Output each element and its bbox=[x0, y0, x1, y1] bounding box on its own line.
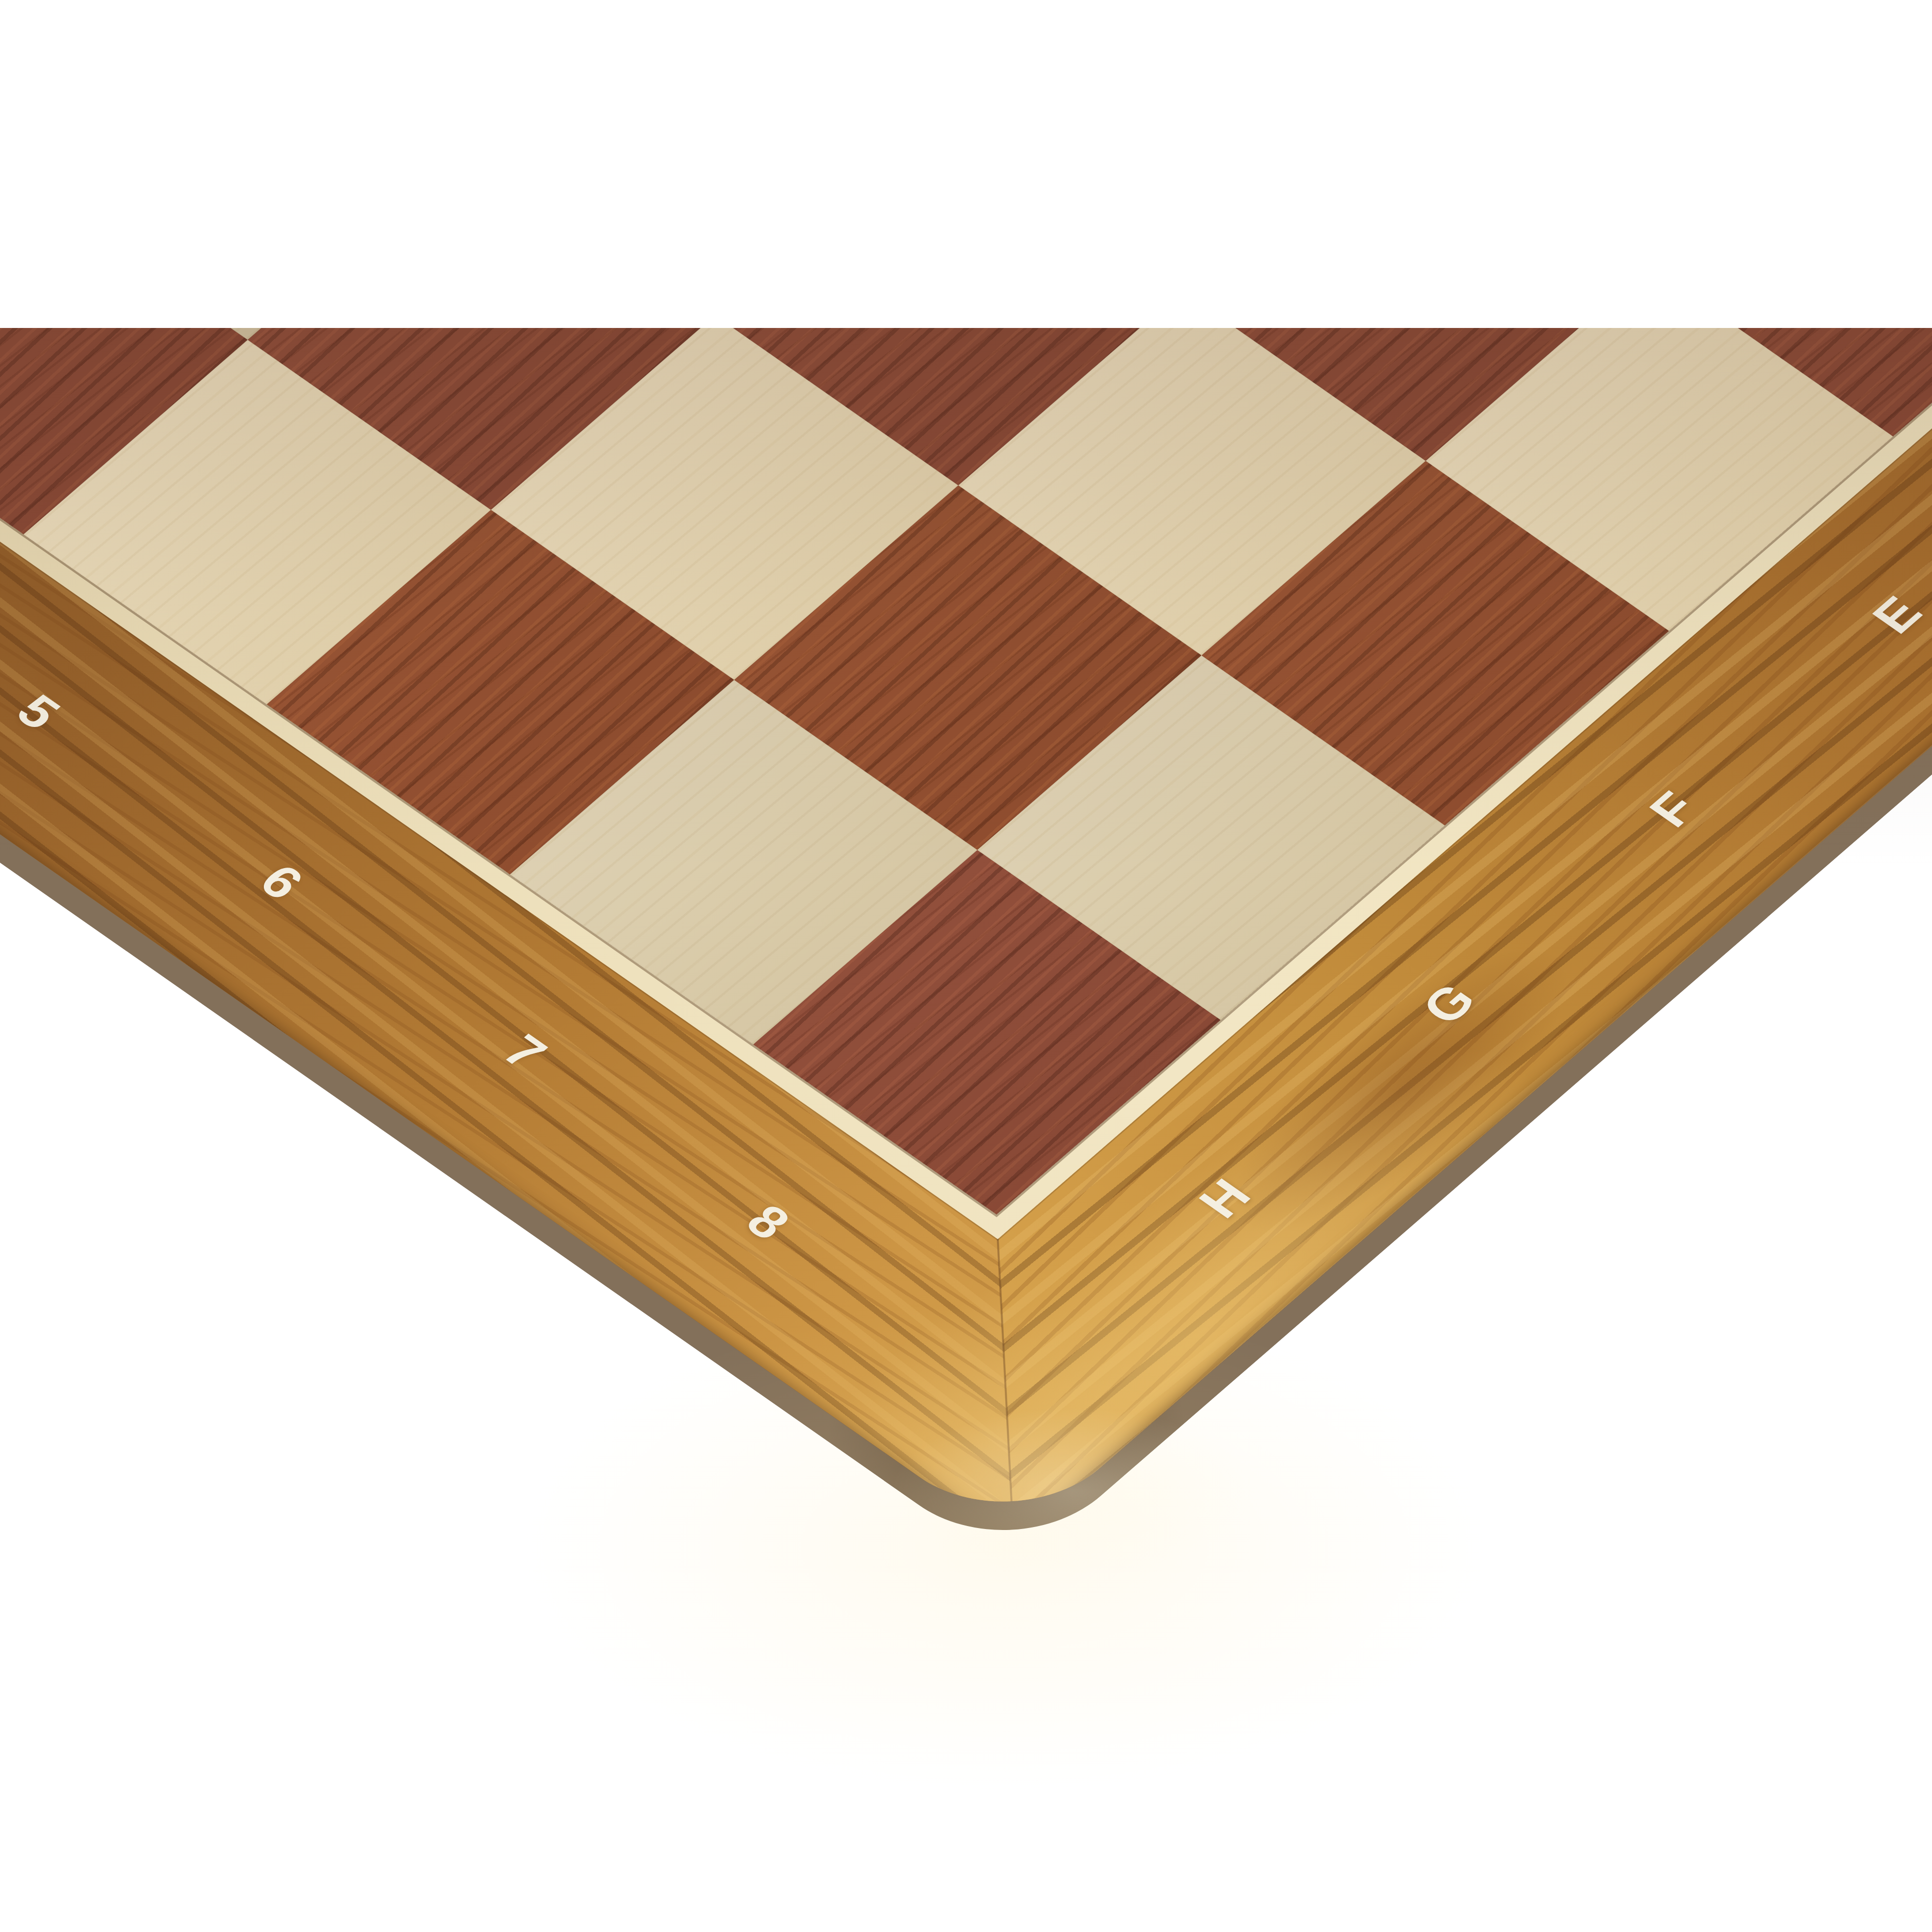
chess-board[interactable]: 5678EFGH bbox=[0, 328, 1932, 1543]
photo-area: 5678EFGH bbox=[0, 328, 1932, 1932]
product-photo-canvas: 5678EFGH bbox=[0, 0, 1932, 1932]
board-top-surface: 5678EFGH bbox=[0, 328, 1932, 1543]
